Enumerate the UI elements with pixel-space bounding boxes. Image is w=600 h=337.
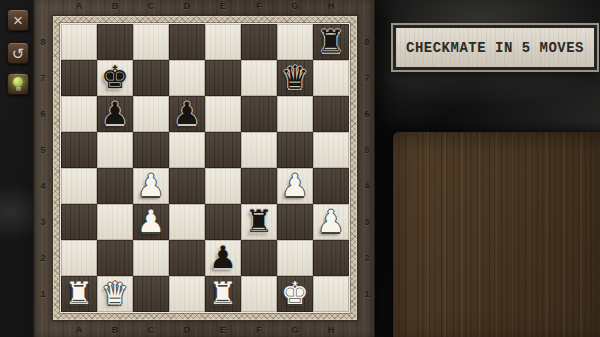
file-label: G	[277, 321, 313, 337]
piece-black-rook[interactable]: ♜	[313, 22, 349, 60]
app-background: × ↺ ABCDEFGH 87654321 87654321 ABCDEFGH …	[0, 0, 600, 337]
rank-label: 5	[358, 132, 376, 168]
file-label: H	[313, 0, 349, 15]
piece-white-pawn[interactable]: ♟	[313, 202, 349, 240]
square-g6[interactable]	[277, 96, 313, 132]
square-e3[interactable]	[205, 204, 241, 240]
square-a5[interactable]	[61, 132, 97, 168]
square-c3[interactable]: ♟	[133, 204, 169, 240]
piece-black-pawn[interactable]: ♟	[205, 238, 241, 276]
square-b8[interactable]	[97, 24, 133, 60]
piece-white-rook[interactable]: ♜	[205, 274, 241, 312]
square-e5[interactable]	[205, 132, 241, 168]
piece-black-queen[interactable]: ♛	[277, 58, 313, 96]
file-label: G	[277, 0, 313, 15]
captured-pieces-tray	[393, 132, 600, 337]
square-f2[interactable]	[241, 240, 277, 276]
objective-sign: CHECKMATE IN 5 MOVES	[393, 25, 597, 70]
square-d4[interactable]	[169, 168, 205, 204]
square-c8[interactable]	[133, 24, 169, 60]
file-label: E	[205, 0, 241, 15]
square-d3[interactable]	[169, 204, 205, 240]
file-label: D	[169, 321, 205, 337]
square-f4[interactable]	[241, 168, 277, 204]
file-label: E	[205, 321, 241, 337]
rank-label: 7	[34, 60, 52, 96]
piece-white-pawn[interactable]: ♟	[133, 166, 169, 204]
piece-black-pawn[interactable]: ♟	[169, 94, 205, 132]
objective-text: CHECKMATE IN 5 MOVES	[406, 40, 584, 56]
square-b1[interactable]: ♛	[97, 276, 133, 312]
square-c1[interactable]	[133, 276, 169, 312]
square-f7[interactable]	[241, 60, 277, 96]
square-a3[interactable]	[61, 204, 97, 240]
rank-label: 2	[34, 240, 52, 276]
square-g5[interactable]	[277, 132, 313, 168]
square-h6[interactable]	[313, 96, 349, 132]
square-d2[interactable]	[169, 240, 205, 276]
square-e6[interactable]	[205, 96, 241, 132]
lightbulb-icon	[12, 77, 24, 91]
rank-label: 6	[34, 96, 52, 132]
square-g4[interactable]: ♟	[277, 168, 313, 204]
square-a2[interactable]	[61, 240, 97, 276]
hint-button[interactable]	[7, 73, 29, 95]
rank-label: 8	[34, 24, 52, 60]
piece-white-pawn[interactable]: ♟	[277, 166, 313, 204]
square-a7[interactable]	[61, 60, 97, 96]
square-e7[interactable]	[205, 60, 241, 96]
square-h5[interactable]	[313, 132, 349, 168]
file-label: C	[133, 0, 169, 15]
square-f6[interactable]	[241, 96, 277, 132]
square-h1[interactable]	[313, 276, 349, 312]
square-f5[interactable]	[241, 132, 277, 168]
square-h2[interactable]	[313, 240, 349, 276]
square-b7[interactable]: ♚	[97, 60, 133, 96]
square-h7[interactable]	[313, 60, 349, 96]
close-icon: ×	[13, 12, 23, 29]
rank-label: 2	[358, 240, 376, 276]
square-a8[interactable]	[61, 24, 97, 60]
undo-button[interactable]: ↺	[7, 42, 29, 64]
square-h4[interactable]	[313, 168, 349, 204]
square-g3[interactable]	[277, 204, 313, 240]
rank-label: 3	[358, 204, 376, 240]
file-label: B	[97, 321, 133, 337]
rank-label: 1	[34, 276, 52, 312]
square-h3[interactable]: ♟	[313, 204, 349, 240]
rank-label: 4	[34, 168, 52, 204]
piece-black-king[interactable]: ♚	[97, 58, 133, 96]
file-labels-top: ABCDEFGH	[61, 0, 349, 15]
square-d5[interactable]	[169, 132, 205, 168]
square-e8[interactable]	[205, 24, 241, 60]
rank-label: 1	[358, 276, 376, 312]
rank-label: 6	[358, 96, 376, 132]
square-a4[interactable]	[61, 168, 97, 204]
piece-white-rook[interactable]: ♜	[61, 274, 97, 312]
square-b5[interactable]	[97, 132, 133, 168]
square-d8[interactable]	[169, 24, 205, 60]
file-label: A	[61, 321, 97, 337]
square-g8[interactable]	[277, 24, 313, 60]
square-c5[interactable]	[133, 132, 169, 168]
rank-label: 8	[358, 24, 376, 60]
piece-white-pawn[interactable]: ♟	[133, 202, 169, 240]
close-button[interactable]: ×	[7, 9, 29, 31]
square-e2[interactable]: ♟	[205, 240, 241, 276]
square-d1[interactable]	[169, 276, 205, 312]
square-f8[interactable]	[241, 24, 277, 60]
rank-label: 3	[34, 204, 52, 240]
square-c7[interactable]	[133, 60, 169, 96]
square-f3[interactable]: ♜	[241, 204, 277, 240]
rank-labels-left: 87654321	[34, 24, 52, 312]
rank-label: 5	[34, 132, 52, 168]
square-d7[interactable]	[169, 60, 205, 96]
file-label: A	[61, 0, 97, 15]
piece-white-king[interactable]: ♚	[277, 274, 313, 312]
square-f1[interactable]	[241, 276, 277, 312]
file-labels-bottom: ABCDEFGH	[61, 321, 349, 337]
square-e4[interactable]	[205, 168, 241, 204]
square-c4[interactable]: ♟	[133, 168, 169, 204]
square-b4[interactable]	[97, 168, 133, 204]
square-d6[interactable]: ♟	[169, 96, 205, 132]
file-label: D	[169, 0, 205, 15]
square-c6[interactable]	[133, 96, 169, 132]
piece-black-rook[interactable]: ♜	[241, 202, 277, 240]
file-label: H	[313, 321, 349, 337]
file-label: C	[133, 321, 169, 337]
square-b2[interactable]	[97, 240, 133, 276]
file-label: F	[241, 321, 277, 337]
square-g1[interactable]: ♚	[277, 276, 313, 312]
square-c2[interactable]	[133, 240, 169, 276]
square-g2[interactable]	[277, 240, 313, 276]
board-decorative-border: ♜♚♛♟♟♟♟♟♜♟♟♜♛♜♚	[52, 15, 358, 321]
piece-white-queen[interactable]: ♛	[97, 274, 133, 312]
square-a6[interactable]	[61, 96, 97, 132]
piece-black-pawn[interactable]: ♟	[97, 94, 133, 132]
chess-board: ABCDEFGH 87654321 87654321 ABCDEFGH ♜♚♛♟…	[33, 0, 375, 337]
rank-label: 4	[358, 168, 376, 204]
board-grid: ♜♚♛♟♟♟♟♟♜♟♟♜♛♜♚	[61, 24, 349, 312]
file-label: B	[97, 0, 133, 15]
file-label: F	[241, 0, 277, 15]
square-b6[interactable]: ♟	[97, 96, 133, 132]
undo-icon: ↺	[12, 46, 25, 61]
square-a1[interactable]: ♜	[61, 276, 97, 312]
square-b3[interactable]	[97, 204, 133, 240]
square-h8[interactable]: ♜	[313, 24, 349, 60]
square-e1[interactable]: ♜	[205, 276, 241, 312]
rank-label: 7	[358, 60, 376, 96]
square-g7[interactable]: ♛	[277, 60, 313, 96]
rank-labels-right: 87654321	[358, 24, 376, 312]
